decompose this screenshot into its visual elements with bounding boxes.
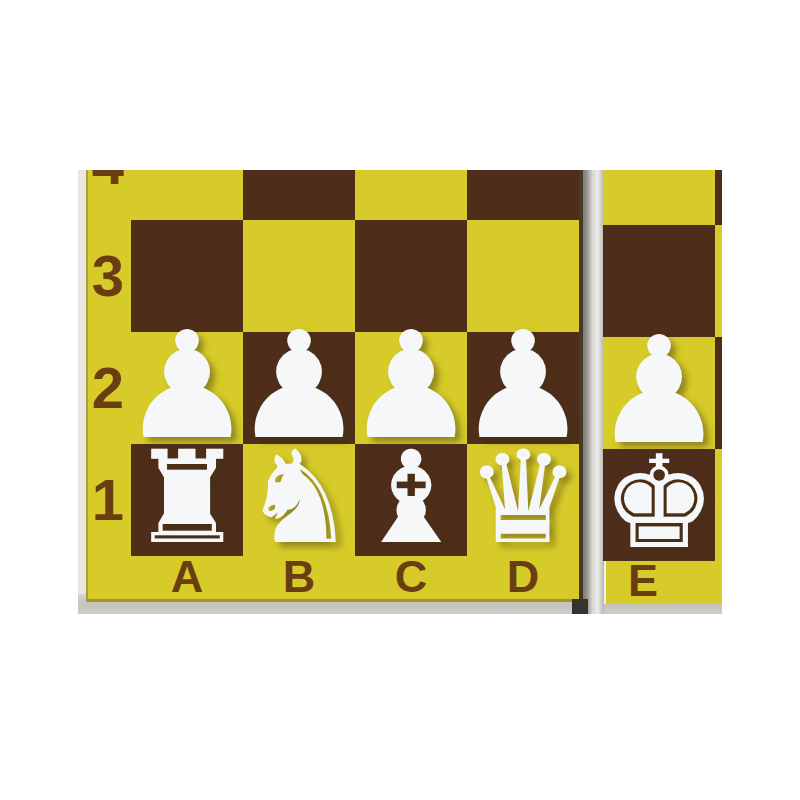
square-c4[interactable]	[355, 170, 467, 220]
photo-canvas: 4321ABCDE ♟♟♟♟♟♜♞♝♛♚	[0, 0, 800, 800]
seam-hinge-mark	[572, 599, 588, 614]
square-f4[interactable]	[715, 170, 722, 225]
square-a4[interactable]	[131, 170, 243, 220]
square-e4[interactable]	[603, 170, 715, 225]
piece-white-queen-d1[interactable]: ♛	[457, 432, 589, 564]
piece-white-king-e1[interactable]: ♚	[593, 437, 722, 569]
rank-label-4: 4	[86, 170, 130, 198]
board-photo: 4321ABCDE ♟♟♟♟♟♜♞♝♛♚	[78, 170, 722, 614]
square-d4[interactable]	[467, 170, 579, 220]
square-b4[interactable]	[243, 170, 355, 220]
